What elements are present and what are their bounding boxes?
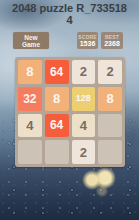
score-box: SCORE 1536 [77,32,98,49]
app-title-line1: 2048 puzzle R_733518 [0,3,139,15]
tile-2: 2 [72,60,96,84]
empty-cell [98,114,122,138]
tile-32: 32 [18,87,42,111]
app-title: 2048 puzzle R_733518 4 [0,3,139,26]
best-box: BEST 2368 [101,32,123,49]
best-value: 2368 [104,40,120,48]
empty-cell [45,140,69,164]
tile-64: 64 [45,60,69,84]
empty-cell [18,140,42,164]
bokeh-light [79,166,123,198]
tile-64: 64 [45,114,69,138]
new-game-button[interactable]: New Game [13,32,49,49]
app-screen: 2048 puzzle R_733518 4 New Game SCORE 15… [0,0,139,220]
tile-4: 4 [18,114,42,138]
tile-4: 4 [72,114,96,138]
tile-2: 2 [72,140,96,164]
app-title-line2: 4 [0,15,139,27]
board[interactable]: 86422328128846442 [15,57,125,167]
tile-8: 8 [98,87,122,111]
tile-8: 8 [45,87,69,111]
tile-2: 2 [98,60,122,84]
tile-8: 8 [18,60,42,84]
score-value: 1536 [80,40,96,48]
tile-128: 128 [72,87,96,111]
empty-cell [98,140,122,164]
